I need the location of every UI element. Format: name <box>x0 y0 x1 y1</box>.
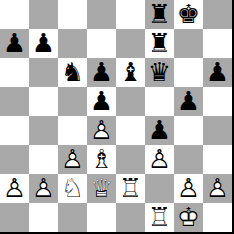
square-g7[interactable] <box>174 29 203 58</box>
square-c8[interactable] <box>58 0 87 29</box>
square-b2[interactable]: ♟♙ <box>29 174 58 203</box>
square-e8[interactable] <box>116 0 145 29</box>
piece-white-pawn: ♙ <box>0 174 29 203</box>
piece-white-pawn: ♙ <box>58 145 87 174</box>
square-g4[interactable] <box>174 116 203 145</box>
square-c2[interactable]: ♞♘ <box>58 174 87 203</box>
square-h8[interactable] <box>203 0 232 29</box>
square-c7[interactable] <box>58 29 87 58</box>
square-a2[interactable]: ♟♙ <box>0 174 29 203</box>
square-e3[interactable] <box>116 145 145 174</box>
square-b8[interactable] <box>29 0 58 29</box>
square-a5[interactable] <box>0 87 29 116</box>
piece-white-pawn-fill: ♟ <box>174 174 203 203</box>
square-b3[interactable] <box>29 145 58 174</box>
square-b6[interactable] <box>29 58 58 87</box>
piece-white-rook: ♖ <box>116 174 145 203</box>
square-g2[interactable]: ♟♙ <box>174 174 203 203</box>
square-g8[interactable]: ♚ <box>174 0 203 29</box>
square-a4[interactable] <box>0 116 29 145</box>
piece-black-pawn: ♟ <box>87 58 116 87</box>
square-b1[interactable] <box>29 203 58 232</box>
square-d6[interactable]: ♟ <box>87 58 116 87</box>
square-f8[interactable]: ♜ <box>145 0 174 29</box>
piece-white-pawn: ♙ <box>87 116 116 145</box>
piece-black-pawn: ♟ <box>29 29 58 58</box>
square-d2[interactable]: ♛♕ <box>87 174 116 203</box>
square-h2[interactable]: ♟♙ <box>203 174 232 203</box>
square-g1[interactable]: ♚♔ <box>174 203 203 232</box>
square-g6[interactable] <box>174 58 203 87</box>
square-h5[interactable] <box>203 87 232 116</box>
square-a6[interactable] <box>0 58 29 87</box>
piece-white-king-fill: ♚ <box>174 203 203 232</box>
square-f5[interactable] <box>145 87 174 116</box>
square-f2[interactable] <box>145 174 174 203</box>
piece-black-bishop: ♝ <box>116 58 145 87</box>
piece-black-rook: ♜ <box>145 0 174 29</box>
piece-white-pawn-fill: ♟ <box>0 174 29 203</box>
square-c6[interactable]: ♞ <box>58 58 87 87</box>
square-d5[interactable]: ♟ <box>87 87 116 116</box>
piece-white-knight: ♘ <box>58 174 87 203</box>
piece-white-rook-fill: ♜ <box>145 203 174 232</box>
square-a3[interactable] <box>0 145 29 174</box>
piece-white-queen-fill: ♛ <box>87 174 116 203</box>
piece-black-pawn: ♟ <box>0 29 29 58</box>
square-d1[interactable] <box>87 203 116 232</box>
square-c1[interactable] <box>58 203 87 232</box>
piece-white-pawn-fill: ♟ <box>145 145 174 174</box>
square-g3[interactable] <box>174 145 203 174</box>
piece-black-pawn: ♟ <box>174 87 203 116</box>
square-e7[interactable] <box>116 29 145 58</box>
piece-white-queen: ♕ <box>87 174 116 203</box>
piece-black-king: ♚ <box>174 0 203 29</box>
square-h1[interactable] <box>203 203 232 232</box>
piece-white-pawn: ♙ <box>203 174 232 203</box>
piece-white-pawn-fill: ♟ <box>29 174 58 203</box>
square-a1[interactable] <box>0 203 29 232</box>
piece-white-knight-fill: ♞ <box>58 174 87 203</box>
piece-black-pawn: ♟ <box>87 87 116 116</box>
piece-white-pawn: ♙ <box>145 145 174 174</box>
square-h3[interactable] <box>203 145 232 174</box>
piece-black-pawn: ♟ <box>203 58 232 87</box>
square-e4[interactable] <box>116 116 145 145</box>
piece-white-pawn-fill: ♟ <box>87 116 116 145</box>
piece-white-pawn-fill: ♟ <box>203 174 232 203</box>
square-g5[interactable]: ♟ <box>174 87 203 116</box>
square-d3[interactable]: ♝♗ <box>87 145 116 174</box>
square-d8[interactable] <box>87 0 116 29</box>
square-d4[interactable]: ♟♙ <box>87 116 116 145</box>
square-f3[interactable]: ♟♙ <box>145 145 174 174</box>
piece-black-knight: ♞ <box>58 58 87 87</box>
square-f1[interactable]: ♜♖ <box>145 203 174 232</box>
square-b4[interactable] <box>29 116 58 145</box>
square-e2[interactable]: ♜♖ <box>116 174 145 203</box>
square-c4[interactable] <box>58 116 87 145</box>
square-a7[interactable]: ♟ <box>0 29 29 58</box>
piece-white-bishop: ♗ <box>87 145 116 174</box>
square-e6[interactable]: ♝ <box>116 58 145 87</box>
square-b7[interactable]: ♟ <box>29 29 58 58</box>
square-h6[interactable]: ♟ <box>203 58 232 87</box>
square-e5[interactable] <box>116 87 145 116</box>
piece-white-pawn: ♙ <box>174 174 203 203</box>
square-a8[interactable] <box>0 0 29 29</box>
square-b5[interactable] <box>29 87 58 116</box>
piece-white-rook-fill: ♜ <box>116 174 145 203</box>
square-c3[interactable]: ♟♙ <box>58 145 87 174</box>
piece-white-pawn-fill: ♟ <box>58 145 87 174</box>
square-f7[interactable]: ♜ <box>145 29 174 58</box>
chess-board: ♜♚♟♟♜♞♟♝♛♟♟♟♟♙♟♟♙♝♗♟♙♟♙♟♙♞♘♛♕♜♖♟♙♟♙♜♖♚♔ <box>0 0 234 234</box>
square-h7[interactable] <box>203 29 232 58</box>
square-f4[interactable]: ♟ <box>145 116 174 145</box>
square-d7[interactable] <box>87 29 116 58</box>
piece-white-bishop-fill: ♝ <box>87 145 116 174</box>
piece-white-rook: ♖ <box>145 203 174 232</box>
square-h4[interactable] <box>203 116 232 145</box>
square-f6[interactable]: ♛ <box>145 58 174 87</box>
square-e1[interactable] <box>116 203 145 232</box>
piece-black-queen: ♛ <box>145 58 174 87</box>
square-c5[interactable] <box>58 87 87 116</box>
piece-black-pawn: ♟ <box>145 116 174 145</box>
piece-white-king: ♔ <box>174 203 203 232</box>
piece-black-rook: ♜ <box>145 29 174 58</box>
piece-white-pawn: ♙ <box>29 174 58 203</box>
